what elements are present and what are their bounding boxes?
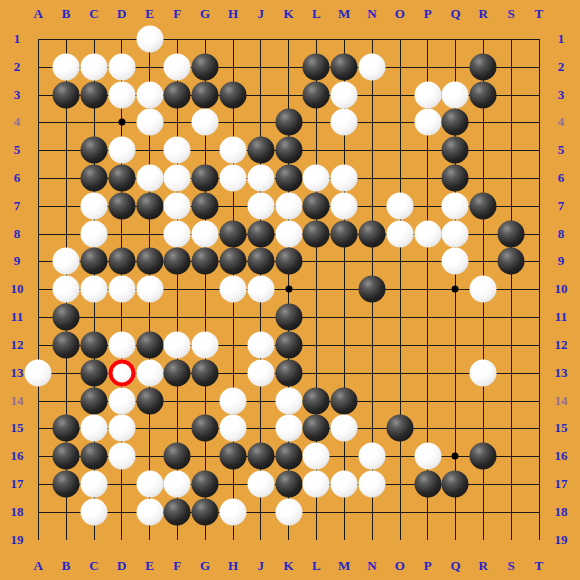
white-stone-M7[interactable] — [331, 192, 358, 219]
black-stone-R2[interactable] — [470, 53, 497, 80]
white-stone-O7[interactable] — [386, 192, 413, 219]
column-label: P — [424, 6, 432, 22]
column-label: C — [89, 6, 98, 22]
row-label: 5 — [14, 142, 21, 158]
column-label: A — [34, 558, 43, 574]
white-stone-C15[interactable] — [80, 415, 107, 442]
black-stone-L2[interactable] — [303, 53, 330, 80]
black-stone-B17[interactable] — [53, 470, 80, 497]
column-label: R — [479, 6, 488, 22]
black-stone-O15[interactable] — [386, 415, 413, 442]
white-stone-D16[interactable] — [108, 443, 135, 470]
white-stone-K18[interactable] — [275, 498, 302, 525]
black-stone-J8[interactable] — [247, 220, 274, 247]
black-stone-C12[interactable] — [80, 331, 107, 358]
row-label: 2 — [558, 59, 565, 75]
column-label: R — [479, 558, 488, 574]
row-label: 3 — [558, 87, 565, 103]
black-stone-G3[interactable] — [192, 81, 219, 108]
white-stone-J12[interactable] — [247, 331, 274, 358]
row-label: 18 — [555, 504, 568, 520]
white-stone-M15[interactable] — [331, 415, 358, 442]
black-stone-N10[interactable] — [359, 276, 386, 303]
white-stone-L16[interactable] — [303, 443, 330, 470]
white-stone-E3[interactable] — [136, 81, 163, 108]
column-label: D — [117, 558, 126, 574]
row-label: 6 — [14, 170, 21, 186]
white-stone-H14[interactable] — [219, 387, 246, 414]
column-label: M — [338, 6, 350, 22]
white-stone-K8[interactable] — [275, 220, 302, 247]
white-stone-C18[interactable] — [80, 498, 107, 525]
white-stone-C7[interactable] — [80, 192, 107, 219]
star-point — [452, 453, 459, 460]
white-stone-B2[interactable] — [53, 53, 80, 80]
row-label: 15 — [555, 420, 568, 436]
white-stone-E1[interactable] — [136, 26, 163, 53]
black-stone-R3[interactable] — [470, 81, 497, 108]
black-stone-E12[interactable] — [136, 331, 163, 358]
black-stone-C9[interactable] — [80, 248, 107, 275]
white-stone-E10[interactable] — [136, 276, 163, 303]
white-stone-K14[interactable] — [275, 387, 302, 414]
black-stone-K12[interactable] — [275, 331, 302, 358]
white-stone-J7[interactable] — [247, 192, 274, 219]
black-stone-B12[interactable] — [53, 331, 80, 358]
white-stone-E13[interactable] — [136, 359, 163, 386]
black-stone-G7[interactable] — [192, 192, 219, 219]
white-stone-H18[interactable] — [219, 498, 246, 525]
white-stone-R13[interactable] — [470, 359, 497, 386]
column-label: L — [312, 6, 321, 22]
row-label: 7 — [558, 198, 565, 214]
black-stone-M8[interactable] — [331, 220, 358, 247]
white-stone-R10[interactable] — [470, 276, 497, 303]
black-stone-Q6[interactable] — [442, 165, 469, 192]
black-stone-G15[interactable] — [192, 415, 219, 442]
white-stone-C8[interactable] — [80, 220, 107, 247]
white-stone-E6[interactable] — [136, 165, 163, 192]
column-label: B — [62, 6, 71, 22]
black-stone-S9[interactable] — [498, 248, 525, 275]
white-stone-N17[interactable] — [359, 470, 386, 497]
row-label: 14 — [11, 393, 24, 409]
column-label: G — [200, 6, 210, 22]
black-stone-C5[interactable] — [80, 137, 107, 164]
column-label: A — [34, 6, 43, 22]
star-point — [285, 286, 292, 293]
column-label: N — [367, 558, 376, 574]
white-stone-M3[interactable] — [331, 81, 358, 108]
black-stone-F3[interactable] — [164, 81, 191, 108]
row-label: 4 — [558, 114, 565, 130]
column-label: B — [62, 558, 71, 574]
black-stone-N8[interactable] — [359, 220, 386, 247]
black-stone-D6[interactable] — [108, 165, 135, 192]
column-label: E — [145, 6, 154, 22]
white-stone-C10[interactable] — [80, 276, 107, 303]
black-stone-G13[interactable] — [192, 359, 219, 386]
white-stone-H15[interactable] — [219, 415, 246, 442]
row-label: 15 — [11, 420, 24, 436]
column-label: J — [258, 6, 265, 22]
column-label: C — [89, 558, 98, 574]
white-stone-F2[interactable] — [164, 53, 191, 80]
row-label: 19 — [555, 532, 568, 548]
white-stone-D10[interactable] — [108, 276, 135, 303]
white-stone-F7[interactable] — [164, 192, 191, 219]
column-label: F — [173, 6, 181, 22]
column-label: F — [173, 558, 181, 574]
row-label: 7 — [14, 198, 21, 214]
white-stone-Q9[interactable] — [442, 248, 469, 275]
black-stone-G18[interactable] — [192, 498, 219, 525]
black-stone-E14[interactable] — [136, 387, 163, 414]
black-stone-L15[interactable] — [303, 415, 330, 442]
row-label: 10 — [555, 281, 568, 297]
star-point — [452, 286, 459, 293]
white-stone-D2[interactable] — [108, 53, 135, 80]
column-label: K — [284, 6, 294, 22]
white-stone-M6[interactable] — [331, 165, 358, 192]
white-stone-J17[interactable] — [247, 470, 274, 497]
row-label: 16 — [555, 448, 568, 464]
black-stone-C3[interactable] — [80, 81, 107, 108]
black-stone-K4[interactable] — [275, 109, 302, 136]
black-stone-D7[interactable] — [108, 192, 135, 219]
black-stone-L8[interactable] — [303, 220, 330, 247]
white-stone-F12[interactable] — [164, 331, 191, 358]
row-label: 6 — [558, 170, 565, 186]
white-stone-F17[interactable] — [164, 470, 191, 497]
white-stone-M4[interactable] — [331, 109, 358, 136]
last-move-marker — [108, 359, 135, 386]
black-stone-B11[interactable] — [53, 304, 80, 331]
column-label: M — [338, 558, 350, 574]
white-stone-L6[interactable] — [303, 165, 330, 192]
go-board-app: ABCDEFGHJKLMNOPQRST ABCDEFGHJKLMNOPQRST … — [0, 0, 580, 580]
black-stone-K9[interactable] — [275, 248, 302, 275]
row-label: 12 — [11, 337, 24, 353]
white-stone-G4[interactable] — [192, 109, 219, 136]
black-stone-B3[interactable] — [53, 81, 80, 108]
row-label: 8 — [558, 226, 565, 242]
black-stone-C6[interactable] — [80, 165, 107, 192]
column-label: Q — [450, 558, 460, 574]
black-stone-F13[interactable] — [164, 359, 191, 386]
white-stone-Q7[interactable] — [442, 192, 469, 219]
row-label: 4 — [14, 114, 21, 130]
black-stone-L7[interactable] — [303, 192, 330, 219]
row-label: 2 — [14, 59, 21, 75]
white-stone-M17[interactable] — [331, 470, 358, 497]
white-stone-H6[interactable] — [219, 165, 246, 192]
row-label: 10 — [11, 281, 24, 297]
white-stone-K15[interactable] — [275, 415, 302, 442]
white-stone-F6[interactable] — [164, 165, 191, 192]
white-stone-D15[interactable] — [108, 415, 135, 442]
column-label: P — [424, 558, 432, 574]
white-stone-D3[interactable] — [108, 81, 135, 108]
row-label: 9 — [558, 253, 565, 269]
white-stone-B9[interactable] — [53, 248, 80, 275]
white-stone-K7[interactable] — [275, 192, 302, 219]
black-stone-F16[interactable] — [164, 443, 191, 470]
column-label: H — [228, 558, 238, 574]
black-stone-M2[interactable] — [331, 53, 358, 80]
white-stone-L17[interactable] — [303, 470, 330, 497]
black-stone-H16[interactable] — [219, 443, 246, 470]
black-stone-K13[interactable] — [275, 359, 302, 386]
column-label: S — [507, 558, 514, 574]
black-stone-J9[interactable] — [247, 248, 274, 275]
row-label: 3 — [14, 87, 21, 103]
black-stone-C16[interactable] — [80, 443, 107, 470]
white-stone-P16[interactable] — [414, 443, 441, 470]
row-label: 19 — [11, 532, 24, 548]
row-label: 13 — [11, 365, 24, 381]
black-stone-K6[interactable] — [275, 165, 302, 192]
white-stone-E18[interactable] — [136, 498, 163, 525]
black-stone-R16[interactable] — [470, 443, 497, 470]
white-stone-P4[interactable] — [414, 109, 441, 136]
column-label: E — [145, 558, 154, 574]
black-stone-L14[interactable] — [303, 387, 330, 414]
column-label: S — [507, 6, 514, 22]
row-label: 12 — [555, 337, 568, 353]
black-stone-L3[interactable] — [303, 81, 330, 108]
black-stone-K5[interactable] — [275, 137, 302, 164]
black-stone-B16[interactable] — [53, 443, 80, 470]
column-label: T — [535, 6, 544, 22]
black-stone-G9[interactable] — [192, 248, 219, 275]
white-stone-B10[interactable] — [53, 276, 80, 303]
column-label: H — [228, 6, 238, 22]
black-stone-Q17[interactable] — [442, 470, 469, 497]
row-label: 9 — [14, 253, 21, 269]
black-stone-Q4[interactable] — [442, 109, 469, 136]
row-label: 17 — [11, 476, 24, 492]
white-stone-C2[interactable] — [80, 53, 107, 80]
white-stone-P8[interactable] — [414, 220, 441, 247]
row-label: 13 — [555, 365, 568, 381]
column-label: Q — [450, 6, 460, 22]
black-stone-E9[interactable] — [136, 248, 163, 275]
white-stone-G12[interactable] — [192, 331, 219, 358]
white-stone-C17[interactable] — [80, 470, 107, 497]
white-stone-H10[interactable] — [219, 276, 246, 303]
black-stone-F9[interactable] — [164, 248, 191, 275]
star-point — [118, 119, 125, 126]
white-stone-D14[interactable] — [108, 387, 135, 414]
white-stone-Q8[interactable] — [442, 220, 469, 247]
black-stone-E7[interactable] — [136, 192, 163, 219]
black-stone-B15[interactable] — [53, 415, 80, 442]
column-label: O — [395, 6, 405, 22]
column-label: L — [312, 558, 321, 574]
white-stone-J10[interactable] — [247, 276, 274, 303]
black-stone-P17[interactable] — [414, 470, 441, 497]
black-stone-Q5[interactable] — [442, 137, 469, 164]
white-stone-H5[interactable] — [219, 137, 246, 164]
column-label: K — [284, 558, 294, 574]
column-label: J — [258, 558, 265, 574]
black-stone-D9[interactable] — [108, 248, 135, 275]
white-stone-A13[interactable] — [25, 359, 52, 386]
black-stone-K11[interactable] — [275, 304, 302, 331]
column-label: T — [535, 558, 544, 574]
column-label: N — [367, 6, 376, 22]
black-stone-H3[interactable] — [219, 81, 246, 108]
white-stone-D12[interactable] — [108, 331, 135, 358]
white-stone-O8[interactable] — [386, 220, 413, 247]
white-stone-Q3[interactable] — [442, 81, 469, 108]
black-stone-H8[interactable] — [219, 220, 246, 247]
white-stone-P3[interactable] — [414, 81, 441, 108]
row-label: 17 — [555, 476, 568, 492]
row-label: 1 — [14, 31, 21, 47]
black-stone-R7[interactable] — [470, 192, 497, 219]
black-stone-H9[interactable] — [219, 248, 246, 275]
white-stone-N16[interactable] — [359, 443, 386, 470]
black-stone-F18[interactable] — [164, 498, 191, 525]
white-stone-N2[interactable] — [359, 53, 386, 80]
row-label: 1 — [558, 31, 565, 47]
row-label: 11 — [11, 309, 23, 325]
black-stone-C14[interactable] — [80, 387, 107, 414]
row-label: 5 — [558, 142, 565, 158]
white-stone-F8[interactable] — [164, 220, 191, 247]
column-label: O — [395, 558, 405, 574]
black-stone-G2[interactable] — [192, 53, 219, 80]
black-stone-K16[interactable] — [275, 443, 302, 470]
white-stone-J6[interactable] — [247, 165, 274, 192]
black-stone-K17[interactable] — [275, 470, 302, 497]
white-stone-G8[interactable] — [192, 220, 219, 247]
white-stone-E17[interactable] — [136, 470, 163, 497]
black-stone-G17[interactable] — [192, 470, 219, 497]
black-stone-J16[interactable] — [247, 443, 274, 470]
column-label: D — [117, 6, 126, 22]
white-stone-F5[interactable] — [164, 137, 191, 164]
row-label: 8 — [14, 226, 21, 242]
row-label: 14 — [555, 393, 568, 409]
black-stone-G6[interactable] — [192, 165, 219, 192]
white-stone-E4[interactable] — [136, 109, 163, 136]
column-label: G — [200, 558, 210, 574]
black-stone-S8[interactable] — [498, 220, 525, 247]
row-label: 18 — [11, 504, 24, 520]
black-stone-C13[interactable] — [80, 359, 107, 386]
row-label: 16 — [11, 448, 24, 464]
row-label: 11 — [555, 309, 567, 325]
white-stone-J13[interactable] — [247, 359, 274, 386]
white-stone-D5[interactable] — [108, 137, 135, 164]
black-stone-M14[interactable] — [331, 387, 358, 414]
black-stone-J5[interactable] — [247, 137, 274, 164]
